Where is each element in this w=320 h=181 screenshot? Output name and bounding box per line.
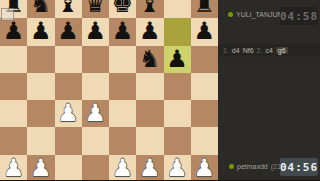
piece-black-knight[interactable]: ♞: [30, 0, 52, 18]
piece-black-pawn[interactable]: ♟: [57, 18, 79, 45]
square-b5[interactable]: [27, 73, 54, 100]
square-c8[interactable]: ♝: [55, 0, 82, 18]
move-san[interactable]: Nf6: [243, 47, 254, 54]
chess-game-screen: ♜♞♝♛♚♝♜♟♟♟♟♟♟♟♞♟♟♟♟♟♟♟♟♟♜♞♝♛♚♝♞♜ YULI_TA…: [0, 0, 320, 180]
opponent-clock: 04:58: [280, 7, 318, 25]
square-e4[interactable]: [109, 100, 136, 127]
move-san[interactable]: g6: [276, 47, 288, 54]
piece-black-pawn[interactable]: ♟: [3, 18, 25, 45]
drag-ghost-square: [1, 8, 14, 21]
piece-black-rook[interactable]: ♜: [194, 0, 216, 18]
square-g8[interactable]: [164, 0, 191, 18]
square-f7[interactable]: ♟: [136, 18, 163, 45]
square-a5[interactable]: [0, 73, 27, 100]
piece-black-pawn[interactable]: ♟: [139, 18, 161, 45]
piece-black-bishop[interactable]: ♝: [139, 0, 161, 18]
square-c6[interactable]: [55, 46, 82, 73]
piece-black-king[interactable]: ♚: [112, 0, 134, 18]
square-e8[interactable]: ♚: [109, 0, 136, 18]
square-c7[interactable]: ♟: [55, 18, 82, 45]
move-number: 1.: [223, 47, 229, 54]
square-d7[interactable]: ♟: [82, 18, 109, 45]
piece-black-pawn[interactable]: ♟: [166, 46, 188, 73]
square-h3[interactable]: [191, 127, 218, 154]
side-panel: YULI_TANJUNG (1899) 04:58 1.d4Nf62.c4g6 …: [218, 0, 320, 180]
square-g2[interactable]: ♟: [164, 155, 191, 181]
square-f3[interactable]: [136, 127, 163, 154]
square-a4[interactable]: [0, 100, 27, 127]
square-d2[interactable]: [82, 155, 109, 181]
square-h2[interactable]: ♟: [191, 155, 218, 181]
move-number: 2.: [257, 47, 263, 54]
piece-black-pawn[interactable]: ♟: [30, 18, 52, 45]
piece-black-pawn[interactable]: ♟: [194, 18, 216, 45]
square-h6[interactable]: [191, 46, 218, 73]
square-d3[interactable]: [82, 127, 109, 154]
player-name[interactable]: petmaxdd: [237, 163, 268, 170]
square-c2[interactable]: [55, 155, 82, 181]
square-b8[interactable]: ♞: [27, 0, 54, 18]
square-b6[interactable]: [27, 46, 54, 73]
square-f6[interactable]: ♞: [136, 46, 163, 73]
square-b3[interactable]: [27, 127, 54, 154]
piece-white-pawn[interactable]: ♟: [166, 155, 188, 180]
square-c5[interactable]: [55, 73, 82, 100]
piece-black-knight[interactable]: ♞: [139, 46, 161, 73]
chess-board[interactable]: ♜♞♝♛♚♝♜♟♟♟♟♟♟♟♞♟♟♟♟♟♟♟♟♟♜♞♝♛♚♝♞♜: [0, 0, 218, 180]
move-san[interactable]: d4: [232, 47, 240, 54]
piece-black-bishop[interactable]: ♝: [57, 0, 79, 18]
square-a2[interactable]: ♟: [0, 155, 27, 181]
player-clock: 04:56: [280, 158, 318, 176]
square-e2[interactable]: ♟: [109, 155, 136, 181]
square-g7[interactable]: [164, 18, 191, 45]
square-d6[interactable]: [82, 46, 109, 73]
square-a3[interactable]: [0, 127, 27, 154]
square-g3[interactable]: [164, 127, 191, 154]
piece-white-pawn[interactable]: ♟: [139, 155, 161, 180]
square-f5[interactable]: [136, 73, 163, 100]
piece-white-pawn[interactable]: ♟: [3, 155, 25, 180]
piece-black-pawn[interactable]: ♟: [112, 18, 134, 45]
square-g5[interactable]: [164, 73, 191, 100]
online-dot: [228, 12, 233, 17]
square-f8[interactable]: ♝: [136, 0, 163, 18]
square-b7[interactable]: ♟: [27, 18, 54, 45]
piece-white-pawn[interactable]: ♟: [30, 155, 52, 180]
piece-white-pawn[interactable]: ♟: [112, 155, 134, 180]
square-g4[interactable]: [164, 100, 191, 127]
square-e6[interactable]: [109, 46, 136, 73]
square-h8[interactable]: ♜: [191, 0, 218, 18]
square-e5[interactable]: [109, 73, 136, 100]
square-a7[interactable]: ♟: [0, 18, 27, 45]
piece-black-queen[interactable]: ♛: [85, 0, 107, 18]
square-d5[interactable]: [82, 73, 109, 100]
online-dot: [229, 164, 234, 169]
move-list: 1.d4Nf62.c4g6: [218, 44, 320, 57]
move-san[interactable]: c4: [265, 47, 272, 54]
piece-white-pawn[interactable]: ♟: [85, 100, 107, 127]
square-g6[interactable]: ♟: [164, 46, 191, 73]
square-b2[interactable]: ♟: [27, 155, 54, 181]
square-h7[interactable]: ♟: [191, 18, 218, 45]
square-d8[interactable]: ♛: [82, 0, 109, 18]
piece-white-pawn[interactable]: ♟: [57, 100, 79, 127]
square-b4[interactable]: [27, 100, 54, 127]
square-e7[interactable]: ♟: [109, 18, 136, 45]
square-c3[interactable]: [55, 127, 82, 154]
square-a6[interactable]: [0, 46, 27, 73]
square-c4[interactable]: ♟: [55, 100, 82, 127]
piece-black-pawn[interactable]: ♟: [85, 18, 107, 45]
square-d4[interactable]: ♟: [82, 100, 109, 127]
piece-white-pawn[interactable]: ♟: [194, 155, 216, 180]
square-h5[interactable]: [191, 73, 218, 100]
square-f4[interactable]: [136, 100, 163, 127]
square-f2[interactable]: ♟: [136, 155, 163, 181]
square-e3[interactable]: [109, 127, 136, 154]
square-h4[interactable]: [191, 100, 218, 127]
